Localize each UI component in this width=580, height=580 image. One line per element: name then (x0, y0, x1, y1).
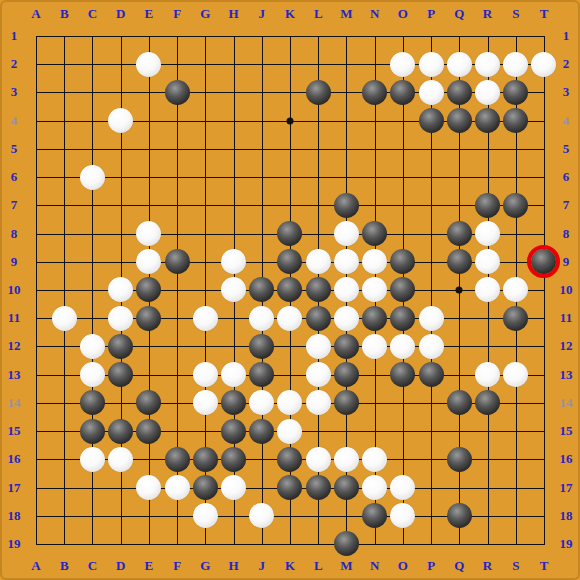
intersection-Q16 (445, 445, 473, 473)
intersection-N16 (361, 445, 389, 473)
intersection-K14 (276, 389, 304, 417)
black-stone (136, 277, 161, 302)
black-stone (108, 419, 133, 444)
black-stone (362, 221, 387, 246)
column-label: J (248, 5, 276, 23)
white-stone (503, 52, 528, 77)
black-stone (419, 108, 444, 133)
intersection-E14 (135, 389, 163, 417)
white-stone (390, 475, 415, 500)
intersection-D16 (107, 445, 135, 473)
black-stone (362, 503, 387, 528)
column-label: S (502, 557, 530, 575)
white-stone (334, 306, 359, 331)
column-label: N (361, 557, 389, 575)
intersection-K15 (276, 417, 304, 445)
intersection-M14 (332, 389, 360, 417)
intersection-M16 (332, 445, 360, 473)
column-label: F (163, 5, 191, 23)
intersection-S7 (502, 191, 530, 219)
column-label: E (135, 557, 163, 575)
intersection-K8 (276, 219, 304, 247)
column-label: P (417, 5, 445, 23)
black-stone (306, 475, 331, 500)
black-stone (165, 80, 190, 105)
intersection-J18 (248, 502, 276, 530)
column-label: M (332, 557, 360, 575)
intersection-L11 (304, 304, 332, 332)
intersection-F3 (163, 78, 191, 106)
intersection-E17 (135, 473, 163, 501)
black-stone (447, 221, 472, 246)
intersection-L13 (304, 361, 332, 389)
black-stone (334, 362, 359, 387)
black-stone (249, 419, 274, 444)
black-stone (80, 419, 105, 444)
black-stone (447, 503, 472, 528)
white-stone (193, 306, 218, 331)
white-stone (390, 503, 415, 528)
intersection-N17 (361, 473, 389, 501)
white-stone (362, 334, 387, 359)
black-stone (447, 80, 472, 105)
intersection-Q3 (445, 78, 473, 106)
intersection-L17 (304, 473, 332, 501)
column-label: N (361, 5, 389, 23)
white-stone (334, 447, 359, 472)
intersection-R8 (473, 219, 501, 247)
column-label: E (135, 5, 163, 23)
intersection-N11 (361, 304, 389, 332)
white-stone (503, 362, 528, 387)
intersection-Q14 (445, 389, 473, 417)
black-stone (221, 390, 246, 415)
intersection-M8 (332, 219, 360, 247)
intersection-M10 (332, 276, 360, 304)
black-stone (80, 390, 105, 415)
intersection-H15 (219, 417, 247, 445)
intersection-M11 (332, 304, 360, 332)
intersection-L10 (304, 276, 332, 304)
white-stone (80, 165, 105, 190)
intersection-N8 (361, 219, 389, 247)
white-stone (165, 475, 190, 500)
intersection-R3 (473, 78, 501, 106)
go-board: ABCDEFGHJKLMNOPQRST ABCDEFGHJKLMNOPQRST … (0, 0, 580, 580)
black-stone (390, 362, 415, 387)
white-stone (193, 503, 218, 528)
intersection-B11 (50, 304, 78, 332)
intersection-R9 (473, 248, 501, 276)
intersection-D4 (107, 107, 135, 135)
white-stone (277, 419, 302, 444)
intersection-Q4 (445, 107, 473, 135)
black-stone (447, 249, 472, 274)
white-stone (334, 221, 359, 246)
white-stone (475, 80, 500, 105)
column-label: O (389, 5, 417, 23)
black-stone (390, 249, 415, 274)
intersection-P11 (417, 304, 445, 332)
black-stone (108, 334, 133, 359)
intersection-O3 (389, 78, 417, 106)
white-stone (419, 80, 444, 105)
intersection-Q9 (445, 248, 473, 276)
intersection-O18 (389, 502, 417, 530)
black-stone (447, 108, 472, 133)
intersection-R2 (473, 50, 501, 78)
black-stone (277, 475, 302, 500)
white-stone (108, 306, 133, 331)
black-stone (503, 108, 528, 133)
column-label: K (276, 557, 304, 575)
intersection-O9 (389, 248, 417, 276)
white-stone (249, 306, 274, 331)
intersection-S10 (502, 276, 530, 304)
column-label: P (417, 557, 445, 575)
intersection-C15 (78, 417, 106, 445)
column-label: C (78, 557, 106, 575)
intersection-M19 (332, 530, 360, 558)
black-stone (362, 306, 387, 331)
black-stone (249, 277, 274, 302)
column-label: S (502, 5, 530, 23)
column-label: A (22, 5, 50, 23)
white-stone (136, 475, 161, 500)
column-label: A (22, 557, 50, 575)
intersection-M17 (332, 473, 360, 501)
intersection-S4 (502, 107, 530, 135)
white-stone (221, 475, 246, 500)
column-label: G (191, 5, 219, 23)
black-stone (447, 390, 472, 415)
white-stone (419, 52, 444, 77)
white-stone (419, 334, 444, 359)
intersection-O13 (389, 361, 417, 389)
intersection-O2 (389, 50, 417, 78)
intersection-S3 (502, 78, 530, 106)
white-stone (193, 362, 218, 387)
black-stone (277, 277, 302, 302)
column-label: G (191, 557, 219, 575)
black-stone (362, 80, 387, 105)
intersection-M7 (332, 191, 360, 219)
white-stone (108, 108, 133, 133)
white-stone (475, 249, 500, 274)
black-stone (277, 249, 302, 274)
intersection-Q8 (445, 219, 473, 247)
intersection-C6 (78, 163, 106, 191)
intersection-O10 (389, 276, 417, 304)
intersection-C13 (78, 361, 106, 389)
white-stone (419, 306, 444, 331)
intersection-Q2 (445, 50, 473, 78)
intersection-F16 (163, 445, 191, 473)
black-stone (277, 221, 302, 246)
column-label: Q (445, 557, 473, 575)
intersection-G16 (191, 445, 219, 473)
intersection-H10 (219, 276, 247, 304)
intersection-M9 (332, 248, 360, 276)
intersection-J11 (248, 304, 276, 332)
intersection-R13 (473, 361, 501, 389)
intersection-J13 (248, 361, 276, 389)
black-stone (390, 306, 415, 331)
white-stone (334, 249, 359, 274)
white-stone (80, 447, 105, 472)
black-stone (108, 362, 133, 387)
black-stone (249, 334, 274, 359)
white-stone (108, 447, 133, 472)
black-stone (136, 306, 161, 331)
black-stone (475, 390, 500, 415)
column-label: L (304, 5, 332, 23)
intersection-P12 (417, 332, 445, 360)
intersection-P4 (417, 107, 445, 135)
white-stone (277, 306, 302, 331)
white-stone (249, 503, 274, 528)
intersection-L9 (304, 248, 332, 276)
white-stone (475, 277, 500, 302)
intersection-S11 (502, 304, 530, 332)
black-stone (306, 80, 331, 105)
intersection-G13 (191, 361, 219, 389)
black-stone (165, 447, 190, 472)
intersection-O17 (389, 473, 417, 501)
intersection-N3 (361, 78, 389, 106)
intersection-E9 (135, 248, 163, 276)
intersection-N9 (361, 248, 389, 276)
intersection-J15 (248, 417, 276, 445)
intersection-D11 (107, 304, 135, 332)
intersection-D13 (107, 361, 135, 389)
black-stone (390, 277, 415, 302)
black-stone (503, 306, 528, 331)
column-label: T (530, 5, 558, 23)
column-label: K (276, 5, 304, 23)
intersection-Q18 (445, 502, 473, 530)
white-stone (334, 277, 359, 302)
intersection-H14 (219, 389, 247, 417)
column-label: C (78, 5, 106, 23)
white-stone (108, 277, 133, 302)
column-label: H (220, 557, 248, 575)
intersection-G18 (191, 502, 219, 530)
intersection-F17 (163, 473, 191, 501)
white-stone (447, 52, 472, 77)
black-stone (306, 306, 331, 331)
intersection-E8 (135, 219, 163, 247)
white-stone (249, 390, 274, 415)
white-stone (136, 249, 161, 274)
intersection-N12 (361, 332, 389, 360)
intersection-K10 (276, 276, 304, 304)
white-stone (503, 277, 528, 302)
white-stone (306, 334, 331, 359)
intersection-L12 (304, 332, 332, 360)
intersection-E15 (135, 417, 163, 445)
black-stone (221, 447, 246, 472)
column-label: O (389, 557, 417, 575)
black-stone (136, 390, 161, 415)
white-stone (80, 362, 105, 387)
intersection-J12 (248, 332, 276, 360)
black-stone (193, 447, 218, 472)
white-stone (362, 249, 387, 274)
intersection-C12 (78, 332, 106, 360)
black-stone (193, 475, 218, 500)
intersection-H16 (219, 445, 247, 473)
intersection-R10 (473, 276, 501, 304)
intersection-N10 (361, 276, 389, 304)
column-label: B (50, 557, 78, 575)
white-stone (306, 447, 331, 472)
black-stone (306, 277, 331, 302)
white-stone (390, 334, 415, 359)
intersection-C14 (78, 389, 106, 417)
intersection-J10 (248, 276, 276, 304)
black-stone (419, 362, 444, 387)
intersection-P2 (417, 50, 445, 78)
black-stone (334, 390, 359, 415)
intersection-O12 (389, 332, 417, 360)
intersection-H17 (219, 473, 247, 501)
intersection-F9 (163, 248, 191, 276)
intersection-E2 (135, 50, 163, 78)
intersection-R14 (473, 389, 501, 417)
intersection-P3 (417, 78, 445, 106)
intersection-D10 (107, 276, 135, 304)
black-stone (475, 193, 500, 218)
intersection-S13 (502, 361, 530, 389)
white-stone (362, 475, 387, 500)
column-label: R (474, 5, 502, 23)
intersection-M13 (332, 361, 360, 389)
white-stone (136, 52, 161, 77)
black-stone (475, 108, 500, 133)
intersection-E11 (135, 304, 163, 332)
black-stone (136, 419, 161, 444)
intersection-T2 (530, 50, 558, 78)
intersection-N18 (361, 502, 389, 530)
black-stone (334, 193, 359, 218)
black-stone (334, 531, 359, 556)
white-stone (306, 390, 331, 415)
white-stone (80, 334, 105, 359)
black-stone (503, 80, 528, 105)
column-label: B (50, 5, 78, 23)
intersection-D12 (107, 332, 135, 360)
intersection-R4 (473, 107, 501, 135)
black-stone (334, 475, 359, 500)
white-stone (306, 362, 331, 387)
white-stone (531, 52, 556, 77)
white-stone (475, 362, 500, 387)
white-stone (475, 52, 500, 77)
intersection-G14 (191, 389, 219, 417)
white-stone (221, 249, 246, 274)
column-label: F (163, 557, 191, 575)
white-stone (136, 221, 161, 246)
intersection-L16 (304, 445, 332, 473)
column-label: H (220, 5, 248, 23)
intersection-D15 (107, 417, 135, 445)
column-label: Q (445, 5, 473, 23)
white-stone (475, 221, 500, 246)
white-stone (362, 277, 387, 302)
white-stone (306, 249, 331, 274)
intersection-O11 (389, 304, 417, 332)
white-stone (277, 390, 302, 415)
black-stone (447, 447, 472, 472)
intersection-H13 (219, 361, 247, 389)
intersection-G11 (191, 304, 219, 332)
column-label: T (530, 557, 558, 575)
black-stone (249, 362, 274, 387)
column-label: D (107, 5, 135, 23)
column-label: L (304, 557, 332, 575)
column-label: D (107, 557, 135, 575)
intersection-M12 (332, 332, 360, 360)
intersection-T9 (530, 248, 558, 276)
white-stone (390, 52, 415, 77)
intersection-P13 (417, 361, 445, 389)
intersection-H9 (219, 248, 247, 276)
intersection-K17 (276, 473, 304, 501)
intersection-K9 (276, 248, 304, 276)
black-stone (503, 193, 528, 218)
intersection-G17 (191, 473, 219, 501)
black-stone (165, 249, 190, 274)
intersection-E10 (135, 276, 163, 304)
column-label: M (332, 5, 360, 23)
black-stone (390, 80, 415, 105)
column-label: J (248, 557, 276, 575)
white-stone (52, 306, 77, 331)
black-stone (334, 334, 359, 359)
black-stone (277, 447, 302, 472)
white-stone (221, 362, 246, 387)
intersection-C16 (78, 445, 106, 473)
white-stone (362, 447, 387, 472)
intersection-R7 (473, 191, 501, 219)
black-stone (221, 419, 246, 444)
white-stone (221, 277, 246, 302)
intersection-K11 (276, 304, 304, 332)
white-stone (193, 390, 218, 415)
intersection-K16 (276, 445, 304, 473)
board-surface[interactable] (22, 22, 558, 558)
intersection-S2 (502, 50, 530, 78)
column-label: R (474, 557, 502, 575)
intersection-J14 (248, 389, 276, 417)
intersection-L3 (304, 78, 332, 106)
intersection-L14 (304, 389, 332, 417)
